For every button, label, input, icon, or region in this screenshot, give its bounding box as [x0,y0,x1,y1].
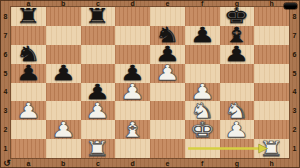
square-e4[interactable] [150,83,185,102]
square-f2[interactable]: ♚ [185,120,220,139]
rank-label-right-6: 6 [289,45,300,64]
file-label-bottom-d: d [115,158,150,168]
square-b2[interactable]: ♟ [46,120,81,139]
black-rook[interactable]: ♜ [16,7,41,25]
rank-label-left-6: 6 [0,45,11,64]
black-pawn[interactable]: ♟ [224,45,249,63]
square-c1[interactable]: ♜ [81,139,116,158]
square-d7[interactable] [115,26,150,45]
board-grid: ♜♜♚♞♟♝♞♟♟♟♟♟♟♟♟♟♟♟♞♞♟♝♚♟♜♜ [11,7,289,158]
rank-label-right-7: 7 [289,26,300,45]
white-pawn[interactable]: ♟ [16,102,41,120]
square-g1[interactable] [220,139,255,158]
square-a5[interactable]: ♟ [11,64,46,83]
square-d8[interactable] [115,7,150,26]
black-rook[interactable]: ♜ [85,7,110,25]
square-d1[interactable] [115,139,150,158]
rank-label-right-1: 1 [289,139,300,158]
flip-board-icon[interactable]: ↺ [2,158,12,168]
white-king[interactable]: ♚ [189,121,214,139]
rank-labels-left: 87654321 [0,7,11,158]
rank-label-left-1: 1 [0,139,11,158]
white-rook[interactable]: ♜ [85,140,110,158]
square-f1[interactable] [185,139,220,158]
square-h5[interactable] [254,64,289,83]
square-f7[interactable]: ♟ [185,26,220,45]
square-e3[interactable] [150,101,185,120]
square-f6[interactable] [185,45,220,64]
square-h6[interactable] [254,45,289,64]
rank-label-right-4: 4 [289,83,300,102]
file-label-bottom-b: b [46,158,81,168]
rank-label-right-8: 8 [289,7,300,26]
square-a3[interactable]: ♟ [11,101,46,120]
white-pawn[interactable]: ♟ [120,83,145,101]
file-label-bottom-f: f [185,158,220,168]
rank-label-left-4: 4 [0,83,11,102]
rank-labels-right: 87654321 [289,7,300,158]
square-g5[interactable] [220,64,255,83]
square-h8[interactable] [254,7,289,26]
square-g6[interactable]: ♟ [220,45,255,64]
file-labels-bottom: abcdefgh [11,158,289,168]
white-rook[interactable]: ♜ [259,140,284,158]
square-a8[interactable]: ♜ [11,7,46,26]
square-a1[interactable] [11,139,46,158]
file-label-top-b: b [46,0,81,7]
file-label-bottom-e: e [150,158,185,168]
square-e5[interactable]: ♟ [150,64,185,83]
rank-label-left-3: 3 [0,101,11,120]
white-pawn[interactable]: ♟ [85,102,110,120]
square-e1[interactable] [150,139,185,158]
black-pawn[interactable]: ♟ [189,26,214,44]
square-b1[interactable] [46,139,81,158]
square-e2[interactable] [150,120,185,139]
square-h1[interactable]: ♜ [254,139,289,158]
rank-label-left-5: 5 [0,64,11,83]
rank-label-left-8: 8 [0,7,11,26]
black-pawn[interactable]: ♟ [16,64,41,82]
square-d4[interactable]: ♟ [115,83,150,102]
side-to-move-indicator [284,3,297,9]
rank-label-right-3: 3 [289,101,300,120]
file-label-top-e: e [150,0,185,7]
square-c8[interactable]: ♜ [81,7,116,26]
file-label-top-d: d [115,0,150,7]
white-pawn[interactable]: ♟ [224,121,249,139]
rank-label-left-7: 7 [0,26,11,45]
rank-label-right-5: 5 [289,64,300,83]
rank-label-right-2: 2 [289,120,300,139]
file-label-top-f: f [185,0,220,7]
rank-label-left-2: 2 [0,120,11,139]
square-b8[interactable] [46,7,81,26]
square-g2[interactable]: ♟ [220,120,255,139]
square-c3[interactable]: ♟ [81,101,116,120]
square-h4[interactable] [254,83,289,102]
file-label-bottom-g: g [220,158,255,168]
white-bishop[interactable]: ♝ [120,121,145,139]
file-label-bottom-a: a [11,158,46,168]
chess-board: ♜♜♚♞♟♝♞♟♟♟♟♟♟♟♟♟♟♟♞♞♟♝♚♟♜♜ abcdefgh abcd… [0,0,300,168]
square-c6[interactable] [81,45,116,64]
square-h3[interactable] [254,101,289,120]
white-pawn[interactable]: ♟ [155,64,180,82]
black-pawn[interactable]: ♟ [50,64,75,82]
square-c7[interactable] [81,26,116,45]
square-b5[interactable]: ♟ [46,64,81,83]
square-b7[interactable] [46,26,81,45]
square-a2[interactable] [11,120,46,139]
square-b4[interactable] [46,83,81,102]
white-pawn[interactable]: ♟ [50,121,75,139]
square-d2[interactable]: ♝ [115,120,150,139]
square-h7[interactable] [254,26,289,45]
